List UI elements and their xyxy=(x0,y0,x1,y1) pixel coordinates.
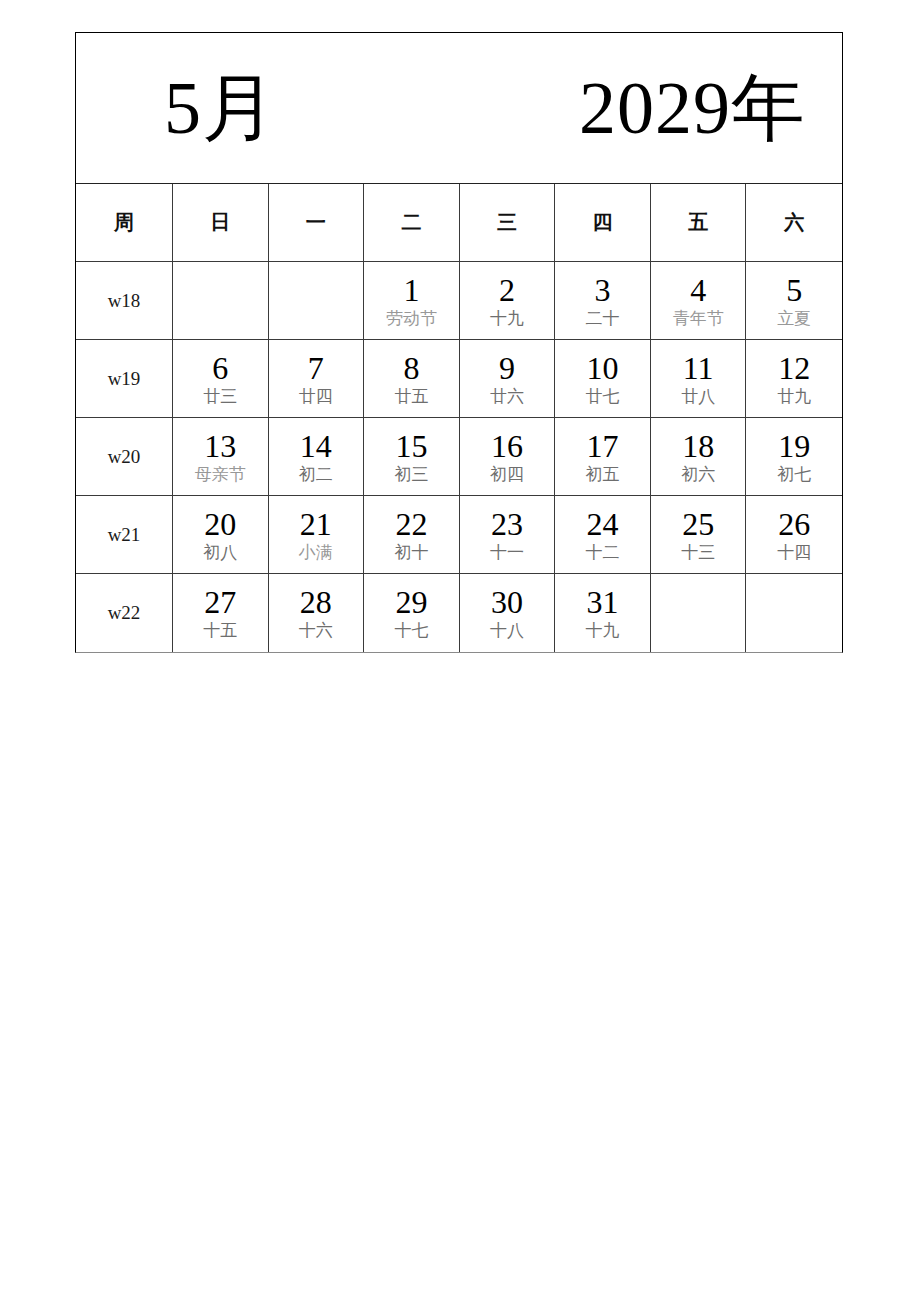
day-subtext: 廿八 xyxy=(681,387,715,407)
empty-cell xyxy=(746,574,842,652)
day-number: 15 xyxy=(395,429,427,463)
day-subtext: 十一 xyxy=(490,543,524,563)
day-number: 3 xyxy=(595,273,611,307)
day-cell-12: 12 廿九 xyxy=(746,340,842,418)
day-number: 18 xyxy=(682,429,714,463)
empty-cell xyxy=(651,574,747,652)
day-number: 13 xyxy=(204,429,236,463)
month-title: 5月 xyxy=(164,71,277,145)
empty-cell xyxy=(269,262,365,340)
day-subtext: 廿七 xyxy=(586,387,620,407)
day-cell-23: 23 十一 xyxy=(460,496,556,574)
day-subtext: 母亲节 xyxy=(195,465,246,485)
day-cell-19: 19 初七 xyxy=(746,418,842,496)
weekday-header-sun: 日 xyxy=(173,184,269,262)
day-cell-26: 26 十四 xyxy=(746,496,842,574)
day-subtext: 初二 xyxy=(299,465,333,485)
day-subtext: 廿六 xyxy=(490,387,524,407)
day-subtext: 廿四 xyxy=(299,387,333,407)
day-number: 23 xyxy=(491,507,523,541)
calendar-sheet: 5月 2029年 周 日 一 二 三 四 五 六 w18 1 劳动节 2 十九 … xyxy=(75,32,843,653)
day-number: 29 xyxy=(395,585,427,619)
day-subtext: 二十 xyxy=(586,309,620,329)
day-subtext: 初七 xyxy=(777,465,811,485)
day-subtext: 初八 xyxy=(203,543,237,563)
day-subtext: 初五 xyxy=(586,465,620,485)
day-number: 24 xyxy=(587,507,619,541)
day-number: 10 xyxy=(587,351,619,385)
day-cell-8: 8 廿五 xyxy=(364,340,460,418)
day-subtext: 青年节 xyxy=(673,309,724,329)
day-cell-28: 28 十六 xyxy=(269,574,365,652)
day-subtext: 十六 xyxy=(299,621,333,641)
day-subtext: 初六 xyxy=(681,465,715,485)
day-cell-13: 13 母亲节 xyxy=(173,418,269,496)
day-cell-16: 16 初四 xyxy=(460,418,556,496)
day-cell-17: 17 初五 xyxy=(555,418,651,496)
week-label-w22: w22 xyxy=(76,574,173,652)
day-cell-2: 2 十九 xyxy=(460,262,556,340)
day-subtext: 十九 xyxy=(490,309,524,329)
day-subtext: 初四 xyxy=(490,465,524,485)
day-subtext: 十五 xyxy=(203,621,237,641)
day-number: 11 xyxy=(683,351,714,385)
day-number: 8 xyxy=(403,351,419,385)
day-number: 27 xyxy=(204,585,236,619)
day-number: 12 xyxy=(778,351,810,385)
week-label-w19: w19 xyxy=(76,340,173,418)
day-subtext: 初三 xyxy=(394,465,428,485)
day-number: 22 xyxy=(395,507,427,541)
week-label-w20: w20 xyxy=(76,418,173,496)
day-subtext: 初十 xyxy=(394,543,428,563)
day-number: 5 xyxy=(786,273,802,307)
day-cell-6: 6 廿三 xyxy=(173,340,269,418)
weekday-header-thu: 四 xyxy=(555,184,651,262)
day-cell-15: 15 初三 xyxy=(364,418,460,496)
day-cell-20: 20 初八 xyxy=(173,496,269,574)
day-subtext: 十二 xyxy=(586,543,620,563)
day-subtext: 十九 xyxy=(586,621,620,641)
year-title: 2029年 xyxy=(579,71,806,145)
day-subtext: 立夏 xyxy=(777,309,811,329)
weekday-header-mon: 一 xyxy=(269,184,365,262)
weekday-header-fri: 五 xyxy=(651,184,747,262)
calendar-grid: 周 日 一 二 三 四 五 六 w18 1 劳动节 2 十九 3 二十 4 青年… xyxy=(76,184,842,652)
day-cell-11: 11 廿八 xyxy=(651,340,747,418)
day-number: 28 xyxy=(300,585,332,619)
day-number: 30 xyxy=(491,585,523,619)
day-number: 2 xyxy=(499,273,515,307)
day-cell-3: 3 二十 xyxy=(555,262,651,340)
day-cell-21: 21 小满 xyxy=(269,496,365,574)
day-cell-10: 10 廿七 xyxy=(555,340,651,418)
day-subtext: 廿五 xyxy=(394,387,428,407)
day-cell-31: 31 十九 xyxy=(555,574,651,652)
day-subtext: 十三 xyxy=(681,543,715,563)
day-number: 21 xyxy=(300,507,332,541)
day-cell-29: 29 十七 xyxy=(364,574,460,652)
day-cell-7: 7 廿四 xyxy=(269,340,365,418)
day-number: 26 xyxy=(778,507,810,541)
calendar-title: 5月 2029年 xyxy=(76,33,842,184)
day-subtext: 廿九 xyxy=(777,387,811,407)
day-cell-24: 24 十二 xyxy=(555,496,651,574)
day-cell-27: 27 十五 xyxy=(173,574,269,652)
day-number: 31 xyxy=(587,585,619,619)
day-number: 9 xyxy=(499,351,515,385)
day-number: 20 xyxy=(204,507,236,541)
day-subtext: 十四 xyxy=(777,543,811,563)
weekday-header-week: 周 xyxy=(76,184,173,262)
day-number: 16 xyxy=(491,429,523,463)
day-number: 17 xyxy=(587,429,619,463)
weekday-header-sat: 六 xyxy=(746,184,842,262)
week-label-w18: w18 xyxy=(76,262,173,340)
day-number: 14 xyxy=(300,429,332,463)
empty-cell xyxy=(173,262,269,340)
day-cell-18: 18 初六 xyxy=(651,418,747,496)
day-cell-25: 25 十三 xyxy=(651,496,747,574)
weekday-header-tue: 二 xyxy=(364,184,460,262)
day-subtext: 劳动节 xyxy=(386,309,437,329)
week-label-w21: w21 xyxy=(76,496,173,574)
day-cell-30: 30 十八 xyxy=(460,574,556,652)
day-cell-22: 22 初十 xyxy=(364,496,460,574)
day-number: 6 xyxy=(212,351,228,385)
day-cell-4: 4 青年节 xyxy=(651,262,747,340)
day-subtext: 小满 xyxy=(299,543,333,563)
day-number: 25 xyxy=(682,507,714,541)
day-cell-5: 5 立夏 xyxy=(746,262,842,340)
weekday-header-wed: 三 xyxy=(460,184,556,262)
day-cell-14: 14 初二 xyxy=(269,418,365,496)
day-cell-1: 1 劳动节 xyxy=(364,262,460,340)
day-subtext: 十八 xyxy=(490,621,524,641)
day-number: 4 xyxy=(690,273,706,307)
day-cell-9: 9 廿六 xyxy=(460,340,556,418)
day-number: 7 xyxy=(308,351,324,385)
day-number: 19 xyxy=(778,429,810,463)
day-subtext: 廿三 xyxy=(203,387,237,407)
day-number: 1 xyxy=(403,273,419,307)
day-subtext: 十七 xyxy=(394,621,428,641)
